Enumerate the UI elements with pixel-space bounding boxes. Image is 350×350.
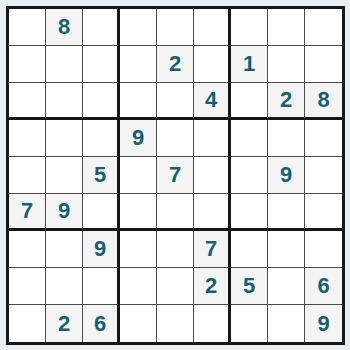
cell-r1c7[interactable] [231,9,268,46]
cell-r7c2[interactable] [46,231,83,268]
cell-r1c1[interactable] [9,9,46,46]
cell-r4c5[interactable] [157,120,194,157]
cell-r4c1[interactable] [9,120,46,157]
cell-r6c6[interactable] [194,194,231,231]
cell-r5c9[interactable] [305,157,342,194]
cell-r8c8[interactable] [268,268,305,305]
cell-r1c8[interactable] [268,9,305,46]
cell-r3c3[interactable] [83,83,120,120]
cell-r8c4[interactable] [120,268,157,305]
cell-r6c8[interactable] [268,194,305,231]
cell-r4c8[interactable] [268,120,305,157]
cell-r8c2[interactable] [46,268,83,305]
cell-r2c4[interactable] [120,46,157,83]
cell-r4c4: 9 [120,120,157,157]
cell-r7c1[interactable] [9,231,46,268]
cell-r7c9[interactable] [305,231,342,268]
cell-r3c1[interactable] [9,83,46,120]
cell-r1c2: 8 [46,9,83,46]
cell-r9c4[interactable] [120,305,157,342]
cell-r9c9: 9 [305,305,342,342]
cell-r8c6: 2 [194,268,231,305]
cell-r3c5[interactable] [157,83,194,120]
cell-r4c3[interactable] [83,120,120,157]
cell-r7c6: 7 [194,231,231,268]
cell-r6c1: 7 [9,194,46,231]
cell-r2c8[interactable] [268,46,305,83]
cell-r9c8[interactable] [268,305,305,342]
cell-r1c4[interactable] [120,9,157,46]
cell-r6c2: 9 [46,194,83,231]
cell-r5c1[interactable] [9,157,46,194]
cell-r6c7[interactable] [231,194,268,231]
cell-r2c3[interactable] [83,46,120,83]
cell-r8c3[interactable] [83,268,120,305]
cell-r8c1[interactable] [9,268,46,305]
cell-r5c4[interactable] [120,157,157,194]
cell-r8c5[interactable] [157,268,194,305]
cell-r1c9[interactable] [305,9,342,46]
cell-r1c6[interactable] [194,9,231,46]
cell-r9c3: 6 [83,305,120,342]
cell-r1c3[interactable] [83,9,120,46]
cell-r5c2[interactable] [46,157,83,194]
cell-r6c5[interactable] [157,194,194,231]
cell-r3c6: 4 [194,83,231,120]
cell-r2c6[interactable] [194,46,231,83]
cell-r3c8: 2 [268,83,305,120]
cell-r7c5[interactable] [157,231,194,268]
cell-r9c6[interactable] [194,305,231,342]
cell-r9c1[interactable] [9,305,46,342]
cell-r3c4[interactable] [120,83,157,120]
cell-r8c9: 6 [305,268,342,305]
cell-r5c3: 5 [83,157,120,194]
cell-r2c9[interactable] [305,46,342,83]
cell-r2c2[interactable] [46,46,83,83]
cell-r5c7[interactable] [231,157,268,194]
cell-r2c5: 2 [157,46,194,83]
cell-r4c9[interactable] [305,120,342,157]
cell-r7c3: 9 [83,231,120,268]
cell-r6c3[interactable] [83,194,120,231]
cell-r4c2[interactable] [46,120,83,157]
cell-r9c7[interactable] [231,305,268,342]
cell-r7c7[interactable] [231,231,268,268]
cell-r2c7: 1 [231,46,268,83]
cell-r4c6[interactable] [194,120,231,157]
cell-r5c8: 9 [268,157,305,194]
cell-r3c7[interactable] [231,83,268,120]
cell-r2c1[interactable] [9,46,46,83]
cell-r6c4[interactable] [120,194,157,231]
cell-r4c7[interactable] [231,120,268,157]
cell-r3c9: 8 [305,83,342,120]
cell-r7c4[interactable] [120,231,157,268]
sudoku-page: 82142895797997256269 [0,0,350,350]
cell-r9c2: 2 [46,305,83,342]
cell-r5c6[interactable] [194,157,231,194]
cell-r6c9[interactable] [305,194,342,231]
cell-r8c7: 5 [231,268,268,305]
cell-r9c5[interactable] [157,305,194,342]
cell-r3c2[interactable] [46,83,83,120]
cell-r1c5[interactable] [157,9,194,46]
sudoku-board: 82142895797997256269 [6,6,345,345]
cell-r5c5: 7 [157,157,194,194]
cell-r7c8[interactable] [268,231,305,268]
